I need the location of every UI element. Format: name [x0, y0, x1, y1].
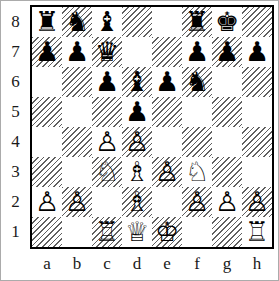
square-d6[interactable]: ♝ [122, 67, 152, 97]
piece-black-pawn: ♟ [65, 37, 89, 67]
square-d5[interactable]: ♟ [122, 97, 152, 127]
square-c6[interactable]: ♟ [92, 67, 122, 97]
rank-label-2: 2 [1, 187, 30, 217]
piece-black-pawn: ♟ [155, 67, 179, 97]
piece-white-pawn: ♙ [245, 187, 269, 217]
square-h8[interactable] [242, 7, 272, 37]
square-c5[interactable] [92, 97, 122, 127]
piece-black-knight: ♞ [65, 7, 89, 37]
square-g1[interactable] [212, 217, 242, 247]
square-c7[interactable]: ♛ [92, 37, 122, 67]
square-e1[interactable]: ♔ [152, 217, 182, 247]
piece-white-rook: ♖ [245, 217, 269, 247]
square-b2[interactable]: ♙ [62, 187, 92, 217]
square-b6[interactable] [62, 67, 92, 97]
rank-label-6: 6 [1, 67, 30, 97]
file-label-f: f [182, 251, 212, 277]
piece-white-bishop: ♗ [125, 187, 149, 217]
file-label-e: e [152, 251, 182, 277]
rank-label-3: 3 [1, 157, 30, 187]
square-e7[interactable] [152, 37, 182, 67]
piece-black-knight: ♞ [185, 67, 209, 97]
rank-label-5: 5 [1, 97, 30, 127]
square-a3[interactable] [32, 157, 62, 187]
rank-labels: 87654321 [1, 7, 30, 247]
rank-label-1: 1 [1, 217, 30, 247]
square-b4[interactable] [62, 127, 92, 157]
square-d2[interactable]: ♗ [122, 187, 152, 217]
chess-board: ♜♞♝♜♚♟♟♛♟♟♟♟♝♟♞♟♙♙♘♗♙♘♙♙♗♙♙♙♖♕♔♖ [30, 5, 274, 249]
square-f3[interactable]: ♘ [182, 157, 212, 187]
square-a4[interactable] [32, 127, 62, 157]
piece-black-pawn: ♟ [185, 37, 209, 67]
piece-white-knight: ♘ [185, 157, 209, 187]
piece-white-pawn: ♙ [185, 187, 209, 217]
piece-white-queen: ♕ [125, 217, 149, 247]
square-f1[interactable] [182, 217, 212, 247]
piece-black-rook: ♜ [185, 7, 209, 37]
square-b3[interactable] [62, 157, 92, 187]
square-b5[interactable] [62, 97, 92, 127]
square-g7[interactable]: ♟ [212, 37, 242, 67]
square-g4[interactable] [212, 127, 242, 157]
square-f4[interactable] [182, 127, 212, 157]
piece-white-pawn: ♙ [155, 157, 179, 187]
piece-black-queen: ♛ [95, 37, 119, 67]
file-label-a: a [32, 251, 62, 277]
piece-white-bishop: ♗ [125, 157, 149, 187]
square-d3[interactable]: ♗ [122, 157, 152, 187]
square-d4[interactable]: ♙ [122, 127, 152, 157]
square-h2[interactable]: ♙ [242, 187, 272, 217]
file-label-h: h [242, 251, 272, 277]
square-h3[interactable] [242, 157, 272, 187]
square-g5[interactable] [212, 97, 242, 127]
square-f7[interactable]: ♟ [182, 37, 212, 67]
square-h5[interactable] [242, 97, 272, 127]
square-a1[interactable] [32, 217, 62, 247]
piece-black-pawn: ♟ [125, 97, 149, 127]
piece-white-king: ♔ [155, 217, 179, 247]
square-b1[interactable] [62, 217, 92, 247]
file-labels: abcdefgh [32, 251, 272, 277]
piece-white-pawn: ♙ [35, 187, 59, 217]
piece-white-pawn: ♙ [95, 127, 119, 157]
rank-label-7: 7 [1, 37, 30, 67]
square-g3[interactable] [212, 157, 242, 187]
rank-label-8: 8 [1, 7, 30, 37]
square-f8[interactable]: ♜ [182, 7, 212, 37]
square-g8[interactable]: ♚ [212, 7, 242, 37]
piece-black-king: ♚ [215, 7, 239, 37]
square-f6[interactable]: ♞ [182, 67, 212, 97]
piece-black-pawn: ♟ [95, 67, 119, 97]
square-g2[interactable]: ♙ [212, 187, 242, 217]
piece-black-bishop: ♝ [95, 7, 119, 37]
piece-black-rook: ♜ [35, 7, 59, 37]
square-e5[interactable] [152, 97, 182, 127]
square-c4[interactable]: ♙ [92, 127, 122, 157]
piece-white-pawn: ♙ [65, 187, 89, 217]
piece-black-pawn: ♟ [215, 37, 239, 67]
square-c1[interactable]: ♖ [92, 217, 122, 247]
square-c2[interactable] [92, 187, 122, 217]
piece-black-pawn: ♟ [35, 37, 59, 67]
square-d8[interactable] [122, 7, 152, 37]
square-h7[interactable]: ♟ [242, 37, 272, 67]
square-c8[interactable]: ♝ [92, 7, 122, 37]
square-f5[interactable] [182, 97, 212, 127]
square-b8[interactable]: ♞ [62, 7, 92, 37]
square-h6[interactable] [242, 67, 272, 97]
piece-white-pawn: ♙ [125, 127, 149, 157]
square-c3[interactable]: ♘ [92, 157, 122, 187]
square-a6[interactable] [32, 67, 62, 97]
piece-white-knight: ♘ [95, 157, 119, 187]
rank-label-4: 4 [1, 127, 30, 157]
chess-diagram: 87654321 ♜♞♝♜♚♟♟♛♟♟♟♟♝♟♞♟♙♙♘♗♙♘♙♙♗♙♙♙♖♕♔… [0, 0, 279, 281]
piece-black-pawn: ♟ [245, 37, 269, 67]
square-d7[interactable] [122, 37, 152, 67]
square-e6[interactable]: ♟ [152, 67, 182, 97]
square-a5[interactable] [32, 97, 62, 127]
file-label-g: g [212, 251, 242, 277]
file-label-c: c [92, 251, 122, 277]
square-a8[interactable]: ♜ [32, 7, 62, 37]
file-label-d: d [122, 251, 152, 277]
piece-white-rook: ♖ [95, 217, 119, 247]
square-b7[interactable]: ♟ [62, 37, 92, 67]
square-h4[interactable] [242, 127, 272, 157]
file-label-b: b [62, 251, 92, 277]
square-d1[interactable]: ♕ [122, 217, 152, 247]
square-h1[interactable]: ♖ [242, 217, 272, 247]
square-e2[interactable] [152, 187, 182, 217]
square-e3[interactable]: ♙ [152, 157, 182, 187]
square-e8[interactable] [152, 7, 182, 37]
square-f2[interactable]: ♙ [182, 187, 212, 217]
piece-black-bishop: ♝ [125, 67, 149, 97]
square-e4[interactable] [152, 127, 182, 157]
square-a2[interactable]: ♙ [32, 187, 62, 217]
piece-white-pawn: ♙ [215, 187, 239, 217]
square-g6[interactable] [212, 67, 242, 97]
square-a7[interactable]: ♟ [32, 37, 62, 67]
